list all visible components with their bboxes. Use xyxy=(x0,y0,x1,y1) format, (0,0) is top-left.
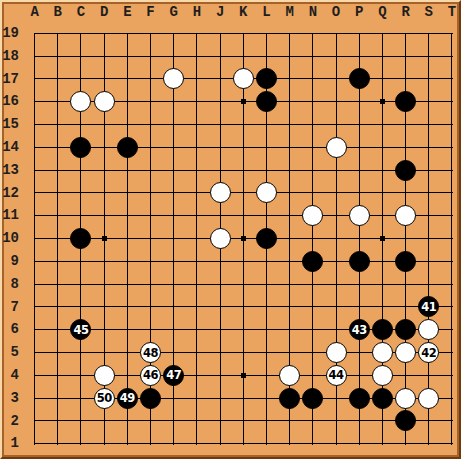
intersection-Q5[interactable] xyxy=(371,341,394,364)
intersection-B9[interactable] xyxy=(46,250,69,273)
intersection-R17[interactable] xyxy=(394,68,417,91)
intersection-P19[interactable] xyxy=(348,22,371,45)
intersection-G13[interactable] xyxy=(162,159,185,182)
intersection-A17[interactable] xyxy=(23,68,46,91)
intersection-M14[interactable] xyxy=(278,136,301,159)
intersection-C9[interactable] xyxy=(69,250,92,273)
intersection-D9[interactable] xyxy=(93,250,116,273)
intersection-L10[interactable] xyxy=(255,227,278,250)
intersection-O19[interactable] xyxy=(324,22,347,45)
intersection-S18[interactable] xyxy=(417,45,440,68)
intersection-F14[interactable] xyxy=(139,136,162,159)
intersection-M1[interactable] xyxy=(278,432,301,455)
intersection-S11[interactable] xyxy=(417,204,440,227)
intersection-S4[interactable] xyxy=(417,364,440,387)
intersection-G15[interactable] xyxy=(162,113,185,136)
intersection-S1[interactable] xyxy=(417,432,440,455)
intersection-C11[interactable] xyxy=(69,204,92,227)
intersection-N5[interactable] xyxy=(301,341,324,364)
intersection-S6[interactable] xyxy=(417,318,440,341)
intersection-Q13[interactable] xyxy=(371,159,394,182)
intersection-J11[interactable] xyxy=(209,204,232,227)
intersection-E16[interactable] xyxy=(116,90,139,113)
intersection-M13[interactable] xyxy=(278,159,301,182)
intersection-E2[interactable] xyxy=(116,410,139,433)
intersection-F3[interactable] xyxy=(139,387,162,410)
intersection-A6[interactable] xyxy=(23,318,46,341)
intersection-S17[interactable] xyxy=(417,68,440,91)
intersection-T12[interactable] xyxy=(440,182,461,205)
intersection-K9[interactable] xyxy=(232,250,255,273)
intersection-F4[interactable]: 46 xyxy=(139,364,162,387)
intersection-C12[interactable] xyxy=(69,182,92,205)
intersection-F19[interactable] xyxy=(139,22,162,45)
intersection-D7[interactable] xyxy=(93,296,116,319)
intersection-C18[interactable] xyxy=(69,45,92,68)
intersection-O13[interactable] xyxy=(324,159,347,182)
intersection-G19[interactable] xyxy=(162,22,185,45)
intersection-R4[interactable] xyxy=(394,364,417,387)
intersection-H11[interactable] xyxy=(185,204,208,227)
intersection-E6[interactable] xyxy=(116,318,139,341)
intersection-T5[interactable] xyxy=(440,341,461,364)
intersection-C16[interactable] xyxy=(69,90,92,113)
intersection-G14[interactable] xyxy=(162,136,185,159)
intersection-D16[interactable] xyxy=(93,90,116,113)
intersection-M11[interactable] xyxy=(278,204,301,227)
intersection-P12[interactable] xyxy=(348,182,371,205)
intersection-H18[interactable] xyxy=(185,45,208,68)
intersection-G8[interactable] xyxy=(162,273,185,296)
intersection-M19[interactable] xyxy=(278,22,301,45)
intersection-H10[interactable] xyxy=(185,227,208,250)
intersection-N16[interactable] xyxy=(301,90,324,113)
intersection-R15[interactable] xyxy=(394,113,417,136)
intersection-M18[interactable] xyxy=(278,45,301,68)
intersection-F12[interactable] xyxy=(139,182,162,205)
intersection-M17[interactable] xyxy=(278,68,301,91)
intersection-H5[interactable] xyxy=(185,341,208,364)
intersection-M8[interactable] xyxy=(278,273,301,296)
intersection-S16[interactable] xyxy=(417,90,440,113)
intersection-E3[interactable]: 49 xyxy=(116,387,139,410)
intersection-T18[interactable] xyxy=(440,45,461,68)
intersection-P4[interactable] xyxy=(348,364,371,387)
intersection-F7[interactable] xyxy=(139,296,162,319)
intersection-E18[interactable] xyxy=(116,45,139,68)
intersection-J15[interactable] xyxy=(209,113,232,136)
intersection-M4[interactable] xyxy=(278,364,301,387)
intersection-Q9[interactable] xyxy=(371,250,394,273)
intersection-O3[interactable] xyxy=(324,387,347,410)
intersection-S2[interactable] xyxy=(417,410,440,433)
intersection-N4[interactable] xyxy=(301,364,324,387)
intersection-D4[interactable] xyxy=(93,364,116,387)
intersection-A18[interactable] xyxy=(23,45,46,68)
intersection-R1[interactable] xyxy=(394,432,417,455)
intersection-O15[interactable] xyxy=(324,113,347,136)
intersection-F2[interactable] xyxy=(139,410,162,433)
intersection-E11[interactable] xyxy=(116,204,139,227)
intersection-A9[interactable] xyxy=(23,250,46,273)
intersection-L9[interactable] xyxy=(255,250,278,273)
intersection-A5[interactable] xyxy=(23,341,46,364)
intersection-B4[interactable] xyxy=(46,364,69,387)
intersection-B12[interactable] xyxy=(46,182,69,205)
intersection-N2[interactable] xyxy=(301,410,324,433)
intersection-Q7[interactable] xyxy=(371,296,394,319)
intersection-D17[interactable] xyxy=(93,68,116,91)
intersection-O12[interactable] xyxy=(324,182,347,205)
intersection-B17[interactable] xyxy=(46,68,69,91)
intersection-N7[interactable] xyxy=(301,296,324,319)
intersection-A14[interactable] xyxy=(23,136,46,159)
intersection-O2[interactable] xyxy=(324,410,347,433)
intersection-K3[interactable] xyxy=(232,387,255,410)
intersection-P6[interactable]: 43 xyxy=(348,318,371,341)
intersection-T1[interactable] xyxy=(440,432,461,455)
intersection-F11[interactable] xyxy=(139,204,162,227)
intersection-Q19[interactable] xyxy=(371,22,394,45)
intersection-N11[interactable] xyxy=(301,204,324,227)
intersection-H3[interactable] xyxy=(185,387,208,410)
intersection-R11[interactable] xyxy=(394,204,417,227)
intersection-A3[interactable] xyxy=(23,387,46,410)
intersection-K8[interactable] xyxy=(232,273,255,296)
intersection-H4[interactable] xyxy=(185,364,208,387)
intersection-K14[interactable] xyxy=(232,136,255,159)
intersection-M5[interactable] xyxy=(278,341,301,364)
intersection-A11[interactable] xyxy=(23,204,46,227)
intersection-T14[interactable] xyxy=(440,136,461,159)
intersection-B11[interactable] xyxy=(46,204,69,227)
intersection-B7[interactable] xyxy=(46,296,69,319)
intersection-P16[interactable] xyxy=(348,90,371,113)
intersection-L2[interactable] xyxy=(255,410,278,433)
intersection-Q4[interactable] xyxy=(371,364,394,387)
intersection-K16[interactable] xyxy=(232,90,255,113)
intersection-C5[interactable] xyxy=(69,341,92,364)
intersection-N17[interactable] xyxy=(301,68,324,91)
intersection-G10[interactable] xyxy=(162,227,185,250)
intersection-N12[interactable] xyxy=(301,182,324,205)
intersection-K10[interactable] xyxy=(232,227,255,250)
intersection-T11[interactable] xyxy=(440,204,461,227)
intersection-J5[interactable] xyxy=(209,341,232,364)
intersection-E1[interactable] xyxy=(116,432,139,455)
intersection-P5[interactable] xyxy=(348,341,371,364)
intersection-S8[interactable] xyxy=(417,273,440,296)
intersection-N1[interactable] xyxy=(301,432,324,455)
intersection-E14[interactable] xyxy=(116,136,139,159)
intersection-T6[interactable] xyxy=(440,318,461,341)
intersection-B15[interactable] xyxy=(46,113,69,136)
intersection-Q10[interactable] xyxy=(371,227,394,250)
intersection-P15[interactable] xyxy=(348,113,371,136)
intersection-A7[interactable] xyxy=(23,296,46,319)
intersection-P13[interactable] xyxy=(348,159,371,182)
intersection-H16[interactable] xyxy=(185,90,208,113)
intersection-C2[interactable] xyxy=(69,410,92,433)
intersection-S14[interactable] xyxy=(417,136,440,159)
intersection-K1[interactable] xyxy=(232,432,255,455)
intersection-F16[interactable] xyxy=(139,90,162,113)
intersection-Q12[interactable] xyxy=(371,182,394,205)
intersection-Q17[interactable] xyxy=(371,68,394,91)
intersection-A12[interactable] xyxy=(23,182,46,205)
intersection-O4[interactable]: 44 xyxy=(324,364,347,387)
intersection-O17[interactable] xyxy=(324,68,347,91)
intersection-R14[interactable] xyxy=(394,136,417,159)
intersection-G11[interactable] xyxy=(162,204,185,227)
intersection-K15[interactable] xyxy=(232,113,255,136)
intersection-B1[interactable] xyxy=(46,432,69,455)
intersection-F10[interactable] xyxy=(139,227,162,250)
intersection-D14[interactable] xyxy=(93,136,116,159)
intersection-A4[interactable] xyxy=(23,364,46,387)
intersection-K11[interactable] xyxy=(232,204,255,227)
intersection-D13[interactable] xyxy=(93,159,116,182)
intersection-A8[interactable] xyxy=(23,273,46,296)
intersection-P17[interactable] xyxy=(348,68,371,91)
intersection-D8[interactable] xyxy=(93,273,116,296)
intersection-O18[interactable] xyxy=(324,45,347,68)
intersection-L6[interactable] xyxy=(255,318,278,341)
intersection-J16[interactable] xyxy=(209,90,232,113)
intersection-B2[interactable] xyxy=(46,410,69,433)
intersection-R5[interactable] xyxy=(394,341,417,364)
intersection-B14[interactable] xyxy=(46,136,69,159)
intersection-L13[interactable] xyxy=(255,159,278,182)
intersection-F1[interactable] xyxy=(139,432,162,455)
intersection-C3[interactable] xyxy=(69,387,92,410)
intersection-O10[interactable] xyxy=(324,227,347,250)
intersection-B16[interactable] xyxy=(46,90,69,113)
intersection-D6[interactable] xyxy=(93,318,116,341)
intersection-G17[interactable] xyxy=(162,68,185,91)
intersection-J6[interactable] xyxy=(209,318,232,341)
intersection-R16[interactable] xyxy=(394,90,417,113)
intersection-P7[interactable] xyxy=(348,296,371,319)
intersection-P11[interactable] xyxy=(348,204,371,227)
intersection-F8[interactable] xyxy=(139,273,162,296)
intersection-C17[interactable] xyxy=(69,68,92,91)
intersection-J1[interactable] xyxy=(209,432,232,455)
intersection-E8[interactable] xyxy=(116,273,139,296)
intersection-J13[interactable] xyxy=(209,159,232,182)
intersection-M15[interactable] xyxy=(278,113,301,136)
intersection-P8[interactable] xyxy=(348,273,371,296)
intersection-N14[interactable] xyxy=(301,136,324,159)
intersection-A16[interactable] xyxy=(23,90,46,113)
intersection-G18[interactable] xyxy=(162,45,185,68)
intersection-R18[interactable] xyxy=(394,45,417,68)
intersection-F5[interactable]: 48 xyxy=(139,341,162,364)
intersection-C13[interactable] xyxy=(69,159,92,182)
intersection-R10[interactable] xyxy=(394,227,417,250)
intersection-E12[interactable] xyxy=(116,182,139,205)
intersection-C15[interactable] xyxy=(69,113,92,136)
intersection-O9[interactable] xyxy=(324,250,347,273)
intersection-D12[interactable] xyxy=(93,182,116,205)
intersection-N15[interactable] xyxy=(301,113,324,136)
intersection-C7[interactable] xyxy=(69,296,92,319)
intersection-M9[interactable] xyxy=(278,250,301,273)
intersection-G6[interactable] xyxy=(162,318,185,341)
intersection-Q3[interactable] xyxy=(371,387,394,410)
intersection-G1[interactable] xyxy=(162,432,185,455)
intersection-B3[interactable] xyxy=(46,387,69,410)
intersection-O14[interactable] xyxy=(324,136,347,159)
intersection-L7[interactable] xyxy=(255,296,278,319)
intersection-J9[interactable] xyxy=(209,250,232,273)
intersection-A13[interactable] xyxy=(23,159,46,182)
intersection-D1[interactable] xyxy=(93,432,116,455)
intersection-O5[interactable] xyxy=(324,341,347,364)
intersection-H15[interactable] xyxy=(185,113,208,136)
intersection-R6[interactable] xyxy=(394,318,417,341)
intersection-P10[interactable] xyxy=(348,227,371,250)
intersection-T15[interactable] xyxy=(440,113,461,136)
intersection-H17[interactable] xyxy=(185,68,208,91)
intersection-T16[interactable] xyxy=(440,90,461,113)
intersection-F6[interactable] xyxy=(139,318,162,341)
intersection-R12[interactable] xyxy=(394,182,417,205)
intersection-K4[interactable] xyxy=(232,364,255,387)
intersection-P3[interactable] xyxy=(348,387,371,410)
intersection-A15[interactable] xyxy=(23,113,46,136)
intersection-R7[interactable] xyxy=(394,296,417,319)
intersection-G3[interactable] xyxy=(162,387,185,410)
intersection-F15[interactable] xyxy=(139,113,162,136)
intersection-B19[interactable] xyxy=(46,22,69,45)
intersection-E17[interactable] xyxy=(116,68,139,91)
intersection-Q1[interactable] xyxy=(371,432,394,455)
intersection-S12[interactable] xyxy=(417,182,440,205)
intersection-F9[interactable] xyxy=(139,250,162,273)
intersection-L12[interactable] xyxy=(255,182,278,205)
intersection-N13[interactable] xyxy=(301,159,324,182)
intersection-T2[interactable] xyxy=(440,410,461,433)
intersection-K12[interactable] xyxy=(232,182,255,205)
intersection-H13[interactable] xyxy=(185,159,208,182)
intersection-L8[interactable] xyxy=(255,273,278,296)
intersection-H2[interactable] xyxy=(185,410,208,433)
intersection-C8[interactable] xyxy=(69,273,92,296)
intersection-E7[interactable] xyxy=(116,296,139,319)
intersection-L14[interactable] xyxy=(255,136,278,159)
intersection-A2[interactable] xyxy=(23,410,46,433)
intersection-M3[interactable] xyxy=(278,387,301,410)
intersection-R9[interactable] xyxy=(394,250,417,273)
intersection-K7[interactable] xyxy=(232,296,255,319)
intersection-M7[interactable] xyxy=(278,296,301,319)
intersection-E10[interactable] xyxy=(116,227,139,250)
intersection-N19[interactable] xyxy=(301,22,324,45)
intersection-R2[interactable] xyxy=(394,410,417,433)
intersection-D11[interactable] xyxy=(93,204,116,227)
intersection-K17[interactable] xyxy=(232,68,255,91)
intersection-T8[interactable] xyxy=(440,273,461,296)
intersection-M16[interactable] xyxy=(278,90,301,113)
intersection-F13[interactable] xyxy=(139,159,162,182)
intersection-L17[interactable] xyxy=(255,68,278,91)
intersection-D18[interactable] xyxy=(93,45,116,68)
intersection-O6[interactable] xyxy=(324,318,347,341)
intersection-B5[interactable] xyxy=(46,341,69,364)
intersection-T17[interactable] xyxy=(440,68,461,91)
intersection-J10[interactable] xyxy=(209,227,232,250)
intersection-S5[interactable]: 42 xyxy=(417,341,440,364)
intersection-G16[interactable] xyxy=(162,90,185,113)
intersection-M2[interactable] xyxy=(278,410,301,433)
intersection-G12[interactable] xyxy=(162,182,185,205)
intersection-Q11[interactable] xyxy=(371,204,394,227)
intersection-H7[interactable] xyxy=(185,296,208,319)
intersection-C10[interactable] xyxy=(69,227,92,250)
intersection-L11[interactable] xyxy=(255,204,278,227)
intersection-J8[interactable] xyxy=(209,273,232,296)
intersection-G5[interactable] xyxy=(162,341,185,364)
intersection-C1[interactable] xyxy=(69,432,92,455)
intersection-C6[interactable]: 45 xyxy=(69,318,92,341)
intersection-K6[interactable] xyxy=(232,318,255,341)
intersection-T19[interactable] xyxy=(440,22,461,45)
intersection-Q15[interactable] xyxy=(371,113,394,136)
intersection-D19[interactable] xyxy=(93,22,116,45)
intersection-J2[interactable] xyxy=(209,410,232,433)
intersection-M10[interactable] xyxy=(278,227,301,250)
intersection-J4[interactable] xyxy=(209,364,232,387)
intersection-D15[interactable] xyxy=(93,113,116,136)
intersection-S9[interactable] xyxy=(417,250,440,273)
intersection-T9[interactable] xyxy=(440,250,461,273)
intersection-B6[interactable] xyxy=(46,318,69,341)
intersection-K2[interactable] xyxy=(232,410,255,433)
intersection-P14[interactable] xyxy=(348,136,371,159)
intersection-R8[interactable] xyxy=(394,273,417,296)
intersection-D5[interactable] xyxy=(93,341,116,364)
intersection-Q18[interactable] xyxy=(371,45,394,68)
intersection-B10[interactable] xyxy=(46,227,69,250)
intersection-T7[interactable] xyxy=(440,296,461,319)
intersection-Q16[interactable] xyxy=(371,90,394,113)
intersection-A10[interactable] xyxy=(23,227,46,250)
intersection-L5[interactable] xyxy=(255,341,278,364)
intersection-O1[interactable] xyxy=(324,432,347,455)
intersection-E4[interactable] xyxy=(116,364,139,387)
intersection-S3[interactable] xyxy=(417,387,440,410)
intersection-P18[interactable] xyxy=(348,45,371,68)
intersection-L16[interactable] xyxy=(255,90,278,113)
intersection-B18[interactable] xyxy=(46,45,69,68)
intersection-Q8[interactable] xyxy=(371,273,394,296)
intersection-J12[interactable] xyxy=(209,182,232,205)
intersection-Q6[interactable] xyxy=(371,318,394,341)
intersection-N3[interactable] xyxy=(301,387,324,410)
intersection-O16[interactable] xyxy=(324,90,347,113)
intersection-J19[interactable] xyxy=(209,22,232,45)
intersection-D10[interactable] xyxy=(93,227,116,250)
intersection-L3[interactable] xyxy=(255,387,278,410)
intersection-S15[interactable] xyxy=(417,113,440,136)
intersection-J3[interactable] xyxy=(209,387,232,410)
intersection-A1[interactable] xyxy=(23,432,46,455)
intersection-Q14[interactable] xyxy=(371,136,394,159)
intersection-P1[interactable] xyxy=(348,432,371,455)
intersection-N6[interactable] xyxy=(301,318,324,341)
intersection-H14[interactable] xyxy=(185,136,208,159)
